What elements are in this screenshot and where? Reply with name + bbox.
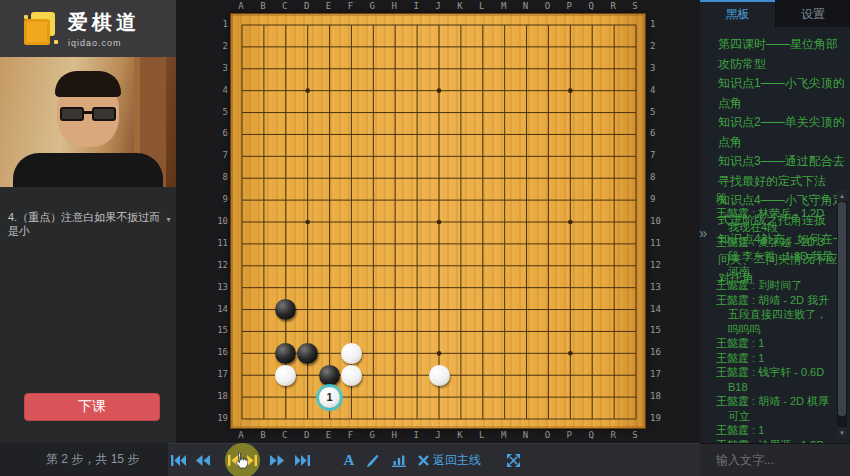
return-mainline-button[interactable]: 返回主线 [433, 444, 481, 476]
row-labels-right: 12345678910111213141516171819 [648, 0, 670, 443]
row-label: 5 [650, 107, 655, 117]
go-stone-white-F16[interactable] [341, 343, 362, 364]
column-label: C [282, 1, 287, 11]
column-label: L [479, 430, 484, 440]
row-label: 4 [650, 85, 655, 95]
playback-toolbar: A 返回主线 [168, 443, 700, 476]
brand-logo: 爱棋道 iqidao.com [0, 0, 176, 57]
column-label: M [501, 1, 506, 11]
chat-message: 王懿霆 : 到时间了 [716, 278, 834, 293]
column-label: I [413, 430, 418, 440]
row-label: 1 [223, 19, 228, 29]
board-area: ABCDEFGHIJKLMNOPQRS ABCDEFGHIJKLMNOPQRS … [176, 0, 700, 443]
note-line: 知识点1——小飞尖顶的点角 [718, 74, 846, 113]
row-label: 8 [650, 172, 655, 182]
brush-tool-icon[interactable] [361, 444, 385, 476]
status-bar-left: 第 2 步，共 15 步 [0, 443, 168, 476]
column-label: D [304, 1, 309, 11]
row-label: 17 [650, 369, 661, 379]
column-label: S [632, 1, 637, 11]
lesson-dropdown[interactable]: 4.（重点）注意白如果不扳过而是小 ▼ [0, 206, 176, 242]
column-label: K [457, 1, 462, 11]
row-label: 13 [217, 282, 228, 292]
chat-input[interactable] [716, 453, 850, 467]
column-label: D [304, 430, 309, 440]
chat-message: 王懿霆 : 夏张越 - 2D 3段 李东哲 - 1.8D 我是河南 [716, 235, 834, 279]
row-label: 2 [223, 41, 228, 51]
go-stone-white-C17[interactable] [275, 365, 296, 386]
note-line: 知识点2——单关尖顶的点角 [718, 113, 846, 152]
chat-message: 王懿霆 : 林荣岳 - 1.2D 我现在4段 [716, 206, 834, 235]
column-label: O [545, 430, 550, 440]
chat-message: 王懿霆 : 1 [716, 423, 834, 438]
column-label: K [457, 430, 462, 440]
column-label: J [435, 1, 440, 11]
row-label: 19 [650, 413, 661, 423]
go-stone-white-J17[interactable] [429, 365, 450, 386]
column-label: O [545, 1, 550, 11]
right-panel: 黑板 设置 第四课时——星位角部攻防常型知识点1——小飞尖顶的点角知识点2——单… [700, 0, 850, 476]
note-line: 第四课时——星位角部攻防常型 [718, 35, 846, 74]
brand-icon [24, 12, 58, 46]
column-labels-bottom: ABCDEFGHIJKLMNOPQRS [176, 430, 700, 441]
row-label: 1 [650, 19, 655, 29]
row-label: 3 [223, 63, 228, 73]
column-label: N [523, 430, 528, 440]
row-label: 13 [650, 282, 661, 292]
row-label: 11 [650, 238, 661, 248]
instructor-figure [8, 71, 168, 187]
instructor-video [0, 57, 176, 187]
step-indicator: 第 2 步，共 15 步 [46, 443, 139, 476]
variation-chart-icon[interactable] [387, 444, 411, 476]
chat-message: 王懿霆 : 胡靖 - 2D 棋厚可立 [716, 394, 834, 423]
fast-forward-button[interactable] [265, 444, 289, 476]
row-label: 16 [650, 347, 661, 357]
go-stone-black-D16[interactable] [297, 343, 318, 364]
column-label: B [260, 1, 265, 11]
chat-message: 王懿霆 : 胡靖 - 2D 我升五段直接四连败了，呜呜呜 [716, 293, 834, 337]
row-labels-left: 12345678910111213141516171819 [206, 0, 228, 443]
row-label: 4 [223, 85, 228, 95]
column-label: I [413, 1, 418, 11]
column-label: N [523, 1, 528, 11]
column-label: A [238, 1, 243, 11]
brand-name: 爱棋道 [68, 9, 140, 36]
app-window: 爱棋道 iqidao.com 4.（重点）注意白如果不扳过而是小 ▼ 下课 第 … [0, 0, 850, 476]
column-label: R [610, 430, 615, 440]
chat-scrollbar[interactable]: ▲ ▼ [837, 190, 847, 438]
lesson-dropdown-label: 4.（重点）注意白如果不扳过而是小 [8, 211, 160, 237]
text-tool-button[interactable]: A [337, 444, 361, 476]
move-number-label: 1 [326, 392, 332, 403]
scroll-down-button[interactable]: ▼ [837, 427, 847, 438]
chat-message: 王懿霆 : 1 [716, 351, 834, 366]
chat-message: 王懿霆 : 1 [716, 336, 834, 351]
column-labels-top: ABCDEFGHIJKLMNOPQRS [176, 1, 700, 12]
row-label: 8 [223, 172, 228, 182]
column-label: E [326, 1, 331, 11]
hand-cursor-icon [234, 452, 248, 473]
column-label: L [479, 1, 484, 11]
lesson-notes: 第四课时——星位角部攻防常型知识点1——小飞尖顶的点角知识点2——单关尖顶的点角… [700, 27, 850, 187]
fast-rewind-button[interactable] [191, 444, 215, 476]
column-label: G [370, 430, 375, 440]
row-label: 18 [217, 391, 228, 401]
column-label: M [501, 430, 506, 440]
column-label: B [260, 430, 265, 440]
close-tool-icon[interactable] [411, 444, 435, 476]
row-label: 15 [217, 325, 228, 335]
go-stone-white-F17[interactable] [341, 365, 362, 386]
row-label: 5 [223, 107, 228, 117]
column-label: P [567, 430, 572, 440]
fullscreen-button[interactable] [501, 444, 525, 476]
row-label: 12 [650, 260, 661, 270]
column-label: E [326, 430, 331, 440]
chat-message: 王懿霆 : 钱宇轩 - 0.6D B18 [716, 365, 834, 394]
row-label: 10 [650, 216, 661, 226]
column-label: R [610, 1, 615, 11]
tab-blackboard[interactable]: 黑板 [700, 0, 775, 27]
row-label: 6 [650, 128, 655, 138]
column-label: F [348, 1, 353, 11]
row-label: 16 [217, 347, 228, 357]
row-label: 17 [217, 369, 228, 379]
row-label: 6 [223, 128, 228, 138]
column-label: Q [589, 1, 594, 11]
column-label: H [392, 1, 397, 11]
chat-message: 段 [716, 191, 834, 206]
column-label: S [632, 430, 637, 440]
column-label: A [238, 430, 243, 440]
row-label: 15 [650, 325, 661, 335]
row-label: 12 [217, 260, 228, 270]
brand-domain: iqidao.com [68, 38, 140, 48]
column-label: G [370, 1, 375, 11]
column-label: F [348, 430, 353, 440]
chat-input-bar: 发送 [700, 443, 850, 476]
scrollbar-thumb[interactable] [838, 202, 846, 416]
row-label: 19 [217, 413, 228, 423]
go-stone-black-E17[interactable] [319, 365, 340, 386]
chat-area: 段王懿霆 : 林荣岳 - 1.2D 我现在4段王懿霆 : 夏张越 - 2D 3段… [700, 187, 850, 443]
column-label: C [282, 430, 287, 440]
row-label: 9 [650, 194, 655, 204]
note-line: 知识点3——通过配合去寻找最好的定式下法 [718, 152, 846, 191]
column-label: Q [589, 430, 594, 440]
tab-settings[interactable]: 设置 [775, 0, 850, 27]
row-label: 3 [650, 63, 655, 73]
goban[interactable]: 1 [230, 13, 646, 429]
skip-end-button[interactable] [290, 444, 314, 476]
row-label: 11 [217, 238, 228, 248]
row-label: 2 [650, 41, 655, 51]
scroll-up-button[interactable]: ▲ [837, 190, 847, 201]
chevron-down-icon: ▼ [165, 213, 172, 227]
column-label: H [392, 430, 397, 440]
row-label: 14 [217, 304, 228, 314]
column-label: P [567, 1, 572, 11]
row-label: 7 [650, 150, 655, 160]
row-label: 9 [223, 194, 228, 204]
end-class-button[interactable]: 下课 [24, 393, 160, 421]
go-stone-black-C16[interactable] [275, 343, 296, 364]
panel-tabs: 黑板 设置 [700, 0, 850, 27]
row-label: 14 [650, 304, 661, 314]
go-stone-white-E18[interactable]: 1 [319, 387, 340, 408]
sidebar: 爱棋道 iqidao.com 4.（重点）注意白如果不扳过而是小 ▼ 下课 [0, 0, 176, 443]
column-label: J [435, 430, 440, 440]
row-label: 7 [223, 150, 228, 160]
skip-start-button[interactable] [166, 444, 190, 476]
row-label: 18 [650, 391, 661, 401]
row-label: 10 [217, 216, 228, 226]
